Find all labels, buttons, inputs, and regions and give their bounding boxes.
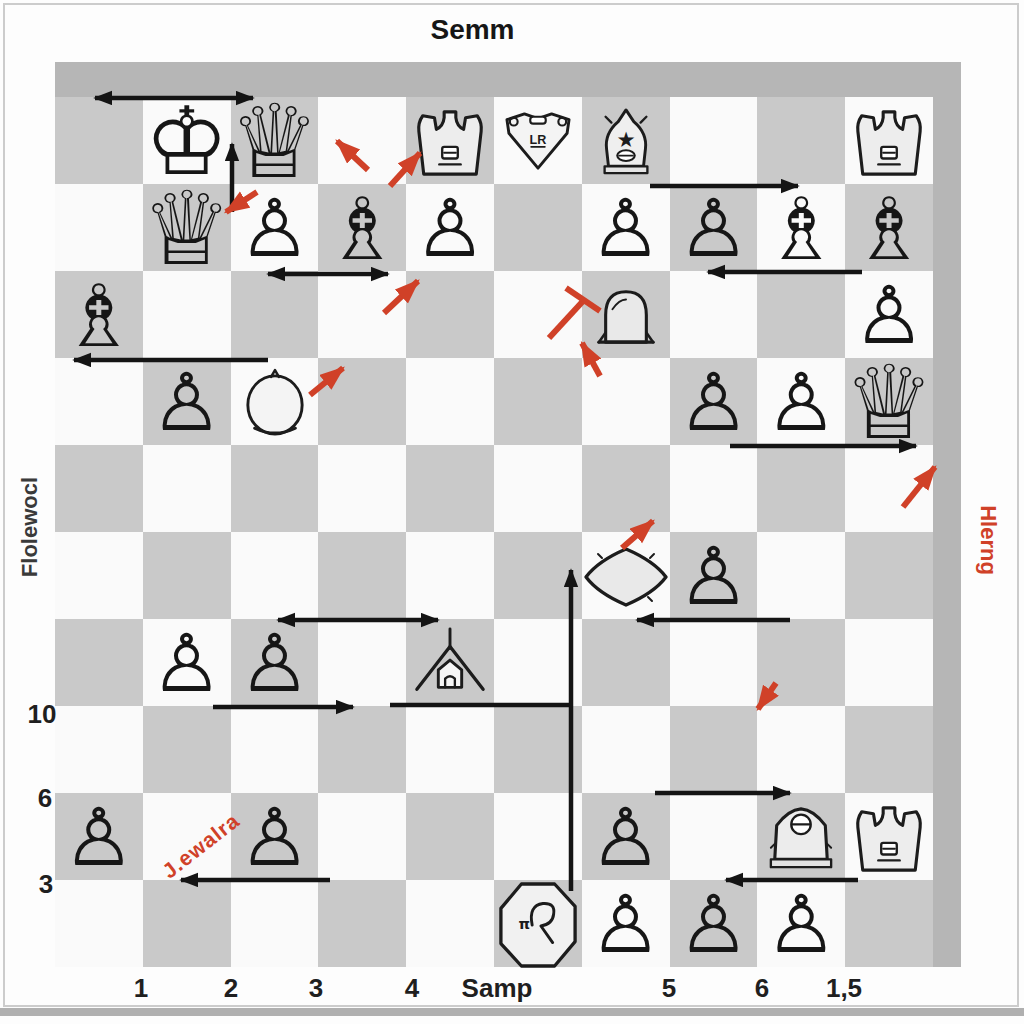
square-r2c6[interactable] <box>494 184 582 271</box>
piece-queen-r1c3[interactable]: ♕ <box>229 101 320 183</box>
left-tick-3: 3 <box>39 869 53 900</box>
square-r1c9[interactable] <box>757 97 845 184</box>
square-r7c7[interactable] <box>582 619 670 706</box>
bottom-tick-5: 5 <box>662 973 676 1004</box>
piece-pawn-r7c3[interactable]: ♙ <box>239 632 311 696</box>
bottom-tick-3: 3 <box>309 973 323 1004</box>
square-r6c4[interactable] <box>318 532 406 619</box>
bottom-tick-Samp: Samp <box>462 973 533 1004</box>
chess-board: ♔♕LR★♕♙♗♙♙♙♗♗♗♙♙♙♙♕♙♙♙♙♙♙π♙♙♙ <box>55 97 933 967</box>
square-r8c10[interactable] <box>845 706 933 793</box>
square-r4c7[interactable] <box>582 358 670 445</box>
piece-pawn-r2c7[interactable]: ♙ <box>590 197 662 261</box>
piece-pawn-r2c5[interactable]: ♙ <box>414 197 486 261</box>
piece-octagon-token-r10c6[interactable]: π <box>497 880 579 970</box>
piece-tent-marker-r7c5[interactable] <box>411 627 489 701</box>
square-r10c3[interactable] <box>231 880 319 967</box>
square-r5c9[interactable] <box>757 445 845 532</box>
square-r4c5[interactable] <box>406 358 494 445</box>
piece-dome-star-r1c7[interactable]: ★ <box>591 106 661 178</box>
bottom-tick-2: 2 <box>224 973 238 1004</box>
square-r9c4[interactable] <box>318 793 406 880</box>
square-r8c3[interactable] <box>231 706 319 793</box>
piece-bishop-r2c4[interactable]: ♗ <box>324 194 401 263</box>
square-r5c8[interactable] <box>670 445 758 532</box>
square-r10c1[interactable] <box>55 880 143 967</box>
square-r5c2[interactable] <box>143 445 231 532</box>
square-r9c5[interactable] <box>406 793 494 880</box>
square-r9c8[interactable] <box>670 793 758 880</box>
square-r2c1[interactable] <box>55 184 143 271</box>
board-right-border <box>933 62 961 967</box>
square-r8c8[interactable] <box>670 706 758 793</box>
square-r8c7[interactable] <box>582 706 670 793</box>
square-r5c4[interactable] <box>318 445 406 532</box>
piece-bishop-r2c10[interactable]: ♗ <box>851 194 928 263</box>
piece-queen-r2c2[interactable]: ♕ <box>141 188 232 270</box>
piece-pawn-r2c3[interactable]: ♙ <box>239 197 311 261</box>
square-r6c2[interactable] <box>143 532 231 619</box>
square-r9c6[interactable] <box>494 793 582 880</box>
diagram-page: Semm ♔♕LR★♕♙♗♙♙♙♗♗♗♙♙♙♙♕♙♙♙♙♙♙π♙♙♙ Flole… <box>0 0 1024 1024</box>
square-r5c5[interactable] <box>406 445 494 532</box>
square-r7c8[interactable] <box>670 619 758 706</box>
piece-pawn-r9c1[interactable]: ♙ <box>63 806 135 870</box>
piece-crown-rook-r9c10[interactable] <box>850 802 928 874</box>
bottom-tick-1,5: 1,5 <box>826 973 862 1004</box>
piece-pawn-r4c9[interactable]: ♙ <box>765 371 837 435</box>
square-r5c6[interactable] <box>494 445 582 532</box>
square-r8c6[interactable] <box>494 706 582 793</box>
square-r5c3[interactable] <box>231 445 319 532</box>
piece-pot-piece-r4c3[interactable] <box>243 368 307 438</box>
square-r7c10[interactable] <box>845 619 933 706</box>
square-r3c5[interactable] <box>406 271 494 358</box>
bottom-tick-1: 1 <box>134 973 148 1004</box>
piece-pawn-r4c2[interactable]: ♙ <box>151 371 223 435</box>
left-tick-10: 10 <box>28 699 57 730</box>
piece-pawn-r3c10[interactable]: ♙ <box>853 284 925 348</box>
page-title: Semm <box>380 14 565 46</box>
piece-lens-stone-r6c7[interactable] <box>582 545 670 609</box>
square-r3c9[interactable] <box>757 271 845 358</box>
square-r8c5[interactable] <box>406 706 494 793</box>
piece-bishop-r2c9[interactable]: ♗ <box>763 194 840 263</box>
piece-bishop-r3c1[interactable]: ♗ <box>60 281 137 350</box>
square-r3c8[interactable] <box>670 271 758 358</box>
svg-text:LR: LR <box>529 132 546 146</box>
square-r6c1[interactable] <box>55 532 143 619</box>
piece-crown-rook-r1c10[interactable] <box>850 106 928 178</box>
piece-pawn-r10c9[interactable]: ♙ <box>765 893 837 957</box>
square-r4c6[interactable] <box>494 358 582 445</box>
piece-crown-rook-r1c5[interactable] <box>411 106 489 178</box>
square-r1c8[interactable] <box>670 97 758 184</box>
square-r6c9[interactable] <box>757 532 845 619</box>
square-r8c4[interactable] <box>318 706 406 793</box>
square-r7c9[interactable] <box>757 619 845 706</box>
square-r7c1[interactable] <box>55 619 143 706</box>
piece-arch-gate-r3c7[interactable] <box>595 282 657 350</box>
square-r3c4[interactable] <box>318 271 406 358</box>
square-r1c1[interactable] <box>55 97 143 184</box>
right-axis-vertical-label: Hlerng <box>975 505 1001 575</box>
left-axis-vertical-label: Flolewocl <box>17 477 43 577</box>
square-r8c2[interactable] <box>143 706 231 793</box>
square-r10c5[interactable] <box>406 880 494 967</box>
square-r3c6[interactable] <box>494 271 582 358</box>
piece-dome-disc-r9c9[interactable] <box>762 803 840 873</box>
piece-pawn-r10c7[interactable]: ♙ <box>590 893 662 957</box>
svg-text:π: π <box>518 914 530 931</box>
piece-pawn-r9c3[interactable]: ♙ <box>239 806 311 870</box>
bottom-tick-4: 4 <box>405 973 419 1004</box>
square-r8c9[interactable] <box>757 706 845 793</box>
square-r6c5[interactable] <box>406 532 494 619</box>
square-r7c6[interactable] <box>494 619 582 706</box>
left-tick-6: 6 <box>38 783 52 814</box>
piece-pawn-r9c7[interactable]: ♙ <box>590 806 662 870</box>
square-r5c7[interactable] <box>582 445 670 532</box>
square-r10c4[interactable] <box>318 880 406 967</box>
square-r6c10[interactable] <box>845 532 933 619</box>
piece-shield-banner-r1c6[interactable]: LR <box>501 110 575 174</box>
square-r6c6[interactable] <box>494 532 582 619</box>
piece-pawn-r2c8[interactable]: ♙ <box>678 197 750 261</box>
square-r3c3[interactable] <box>231 271 319 358</box>
bottom-tick-6: 6 <box>755 973 769 1004</box>
square-r8c1[interactable] <box>55 706 143 793</box>
piece-queen-r4c10[interactable]: ♕ <box>843 362 934 444</box>
svg-text:★: ★ <box>616 126 635 151</box>
piece-pawn-r10c8[interactable]: ♙ <box>678 893 750 957</box>
square-r6c3[interactable] <box>231 532 319 619</box>
square-r10c10[interactable] <box>845 880 933 967</box>
piece-pawn-r4c8[interactable]: ♙ <box>678 371 750 435</box>
square-r10c2[interactable] <box>143 880 231 967</box>
square-r7c4[interactable] <box>318 619 406 706</box>
page-bottom-strip <box>0 1008 1024 1016</box>
square-r4c4[interactable] <box>318 358 406 445</box>
piece-pawn-r6c8[interactable]: ♙ <box>678 545 750 609</box>
piece-pawn-r7c2[interactable]: ♙ <box>151 632 223 696</box>
square-r5c1[interactable] <box>55 445 143 532</box>
square-r4c1[interactable] <box>55 358 143 445</box>
square-r1c4[interactable] <box>318 97 406 184</box>
